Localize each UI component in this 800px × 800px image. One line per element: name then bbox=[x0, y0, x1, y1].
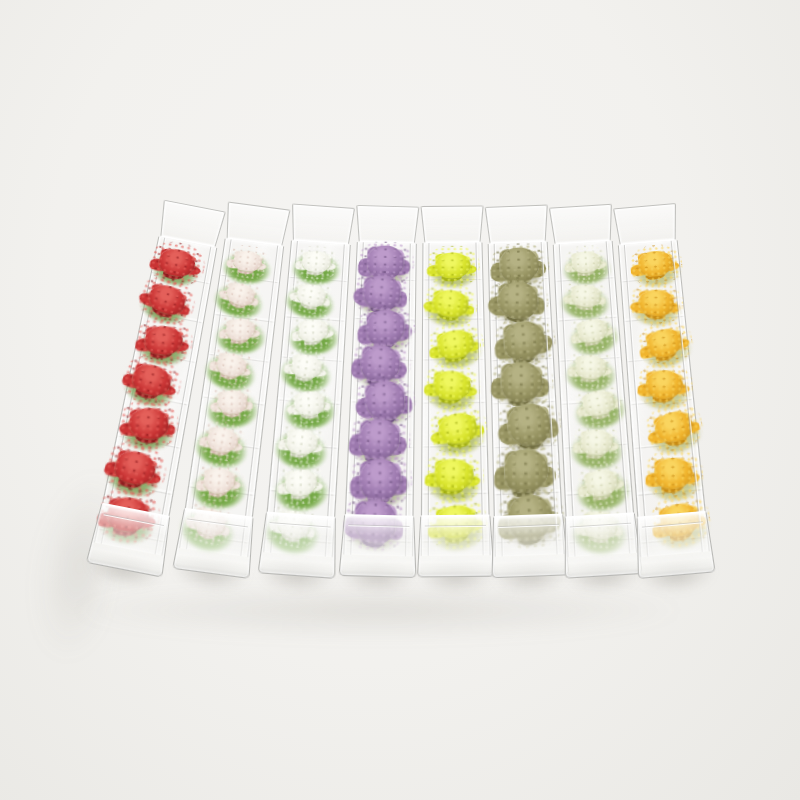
box-far-end bbox=[613, 203, 676, 245]
box-front-face bbox=[257, 512, 335, 579]
box-chartreuse-flower-tufts bbox=[422, 200, 486, 577]
tuft-column bbox=[344, 246, 415, 556]
box-long-face bbox=[488, 242, 565, 557]
box-front-face bbox=[491, 513, 569, 578]
box-far-end bbox=[292, 203, 355, 244]
tuft-flower bbox=[642, 449, 706, 499]
box-fan bbox=[0, 0, 800, 800]
box-front-face bbox=[417, 515, 495, 578]
box-front-face bbox=[565, 512, 643, 579]
product-photo-flower-tuft-boxes bbox=[0, 0, 800, 800]
box-front-face bbox=[338, 514, 416, 578]
box-purple-flower-tufts bbox=[348, 199, 418, 577]
box-far-end bbox=[356, 205, 419, 244]
tuft-flower bbox=[634, 362, 695, 408]
box-far-end bbox=[485, 205, 548, 244]
box-long-face bbox=[421, 243, 491, 556]
tuft-column bbox=[422, 247, 490, 556]
tuft bbox=[625, 321, 689, 367]
tuft-core bbox=[642, 449, 706, 499]
tuft bbox=[631, 404, 698, 454]
tuft bbox=[423, 324, 485, 366]
box-olive-flower-tufts bbox=[486, 199, 560, 577]
box-far-end bbox=[420, 205, 483, 243]
box-front-face bbox=[172, 508, 254, 579]
box-far-end bbox=[549, 204, 612, 245]
tuft bbox=[423, 284, 484, 324]
tuft bbox=[422, 452, 488, 499]
box-front-face bbox=[637, 511, 716, 579]
tuft-texture bbox=[628, 243, 684, 288]
tuft bbox=[619, 244, 681, 287]
tuft-core bbox=[634, 362, 695, 408]
tuft-column bbox=[489, 246, 564, 557]
box-long-face bbox=[343, 242, 417, 556]
tuft-texture bbox=[644, 449, 703, 499]
tuft bbox=[422, 407, 486, 452]
tuft bbox=[423, 247, 482, 285]
